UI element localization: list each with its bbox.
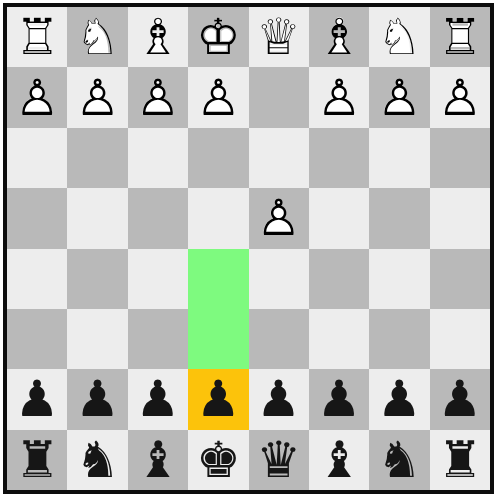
black-rook-piece[interactable]: ♜ <box>15 435 60 485</box>
square-d7[interactable]: ♟ <box>249 369 309 429</box>
square-c7[interactable]: ♟ <box>309 369 369 429</box>
page-background: ♜♖♞♘♝♗♚♔♛♕♝♗♞♘♜♖♟♙♟♙♟♙♟♙♟♙♟♙♟♙♟♙♟♟♟♟♟♟♟♟… <box>0 0 497 497</box>
piece-glyph-outline: ♖ <box>437 12 482 62</box>
white-rook-piece[interactable]: ♜♖ <box>437 12 482 62</box>
square-d3[interactable] <box>249 128 309 188</box>
square-h1[interactable]: ♜♖ <box>7 7 67 67</box>
white-pawn-piece[interactable]: ♟♙ <box>317 73 362 123</box>
piece-glyph-outline: ♙ <box>317 73 362 123</box>
square-g6[interactable] <box>67 309 127 369</box>
white-pawn-piece[interactable]: ♟♙ <box>196 73 241 123</box>
black-pawn-piece[interactable]: ♟ <box>15 374 60 424</box>
black-pawn-piece[interactable]: ♟ <box>437 374 482 424</box>
square-g3[interactable] <box>67 128 127 188</box>
square-e7[interactable]: ♟ <box>188 369 248 429</box>
square-c6[interactable] <box>309 309 369 369</box>
piece-glyph-outline: ♙ <box>15 73 60 123</box>
square-e6[interactable] <box>188 309 248 369</box>
black-pawn-piece[interactable]: ♟ <box>136 374 181 424</box>
square-e1[interactable]: ♚♔ <box>188 7 248 67</box>
white-king-piece[interactable]: ♚♔ <box>196 12 241 62</box>
square-e5[interactable] <box>188 249 248 309</box>
square-c8[interactable]: ♝ <box>309 430 369 490</box>
white-bishop-piece[interactable]: ♝♗ <box>317 12 362 62</box>
white-pawn-piece[interactable]: ♟♙ <box>256 193 301 243</box>
piece-glyph-outline: ♙ <box>136 73 181 123</box>
piece-glyph-outline: ♙ <box>437 73 482 123</box>
square-d5[interactable] <box>249 249 309 309</box>
square-g8[interactable]: ♞ <box>67 430 127 490</box>
square-b2[interactable]: ♟♙ <box>369 67 429 127</box>
square-e3[interactable] <box>188 128 248 188</box>
square-d8[interactable]: ♛ <box>249 430 309 490</box>
square-a7[interactable]: ♟ <box>430 369 490 429</box>
square-d2[interactable] <box>249 67 309 127</box>
square-h6[interactable] <box>7 309 67 369</box>
square-g7[interactable]: ♟ <box>67 369 127 429</box>
white-bishop-piece[interactable]: ♝♗ <box>136 12 181 62</box>
black-bishop-piece[interactable]: ♝ <box>136 435 181 485</box>
piece-glyph-outline: ♙ <box>256 193 301 243</box>
square-a1[interactable]: ♜♖ <box>430 7 490 67</box>
black-knight-piece[interactable]: ♞ <box>75 435 120 485</box>
square-c1[interactable]: ♝♗ <box>309 7 369 67</box>
square-b6[interactable] <box>369 309 429 369</box>
square-g4[interactable] <box>67 188 127 248</box>
square-b1[interactable]: ♞♘ <box>369 7 429 67</box>
black-queen-piece[interactable]: ♛ <box>256 435 301 485</box>
square-a8[interactable]: ♜ <box>430 430 490 490</box>
square-a2[interactable]: ♟♙ <box>430 67 490 127</box>
black-pawn-piece[interactable]: ♟ <box>196 374 241 424</box>
square-c5[interactable] <box>309 249 369 309</box>
square-f8[interactable]: ♝ <box>128 430 188 490</box>
chess-board[interactable]: ♜♖♞♘♝♗♚♔♛♕♝♗♞♘♜♖♟♙♟♙♟♙♟♙♟♙♟♙♟♙♟♙♟♟♟♟♟♟♟♟… <box>7 7 490 490</box>
black-king-piece[interactable]: ♚ <box>196 435 241 485</box>
square-b8[interactable]: ♞ <box>369 430 429 490</box>
square-g1[interactable]: ♞♘ <box>67 7 127 67</box>
square-e2[interactable]: ♟♙ <box>188 67 248 127</box>
piece-glyph-outline: ♘ <box>377 12 422 62</box>
square-a4[interactable] <box>430 188 490 248</box>
square-f4[interactable] <box>128 188 188 248</box>
square-g2[interactable]: ♟♙ <box>67 67 127 127</box>
white-knight-piece[interactable]: ♞♘ <box>377 12 422 62</box>
white-knight-piece[interactable]: ♞♘ <box>75 12 120 62</box>
square-h2[interactable]: ♟♙ <box>7 67 67 127</box>
piece-glyph-outline: ♘ <box>75 12 120 62</box>
piece-glyph-outline: ♗ <box>136 12 181 62</box>
black-pawn-piece[interactable]: ♟ <box>256 374 301 424</box>
square-h5[interactable] <box>7 249 67 309</box>
black-rook-piece[interactable]: ♜ <box>437 435 482 485</box>
square-f5[interactable] <box>128 249 188 309</box>
white-pawn-piece[interactable]: ♟♙ <box>15 73 60 123</box>
piece-glyph-outline: ♗ <box>317 12 362 62</box>
white-pawn-piece[interactable]: ♟♙ <box>437 73 482 123</box>
white-rook-piece[interactable]: ♜♖ <box>15 12 60 62</box>
square-h3[interactable] <box>7 128 67 188</box>
square-h4[interactable] <box>7 188 67 248</box>
square-b4[interactable] <box>369 188 429 248</box>
square-c2[interactable]: ♟♙ <box>309 67 369 127</box>
square-a3[interactable] <box>430 128 490 188</box>
square-d4[interactable]: ♟♙ <box>249 188 309 248</box>
square-f2[interactable]: ♟♙ <box>128 67 188 127</box>
square-f1[interactable]: ♝♗ <box>128 7 188 67</box>
square-b3[interactable] <box>369 128 429 188</box>
piece-glyph-outline: ♔ <box>196 12 241 62</box>
square-f3[interactable] <box>128 128 188 188</box>
black-knight-piece[interactable]: ♞ <box>377 435 422 485</box>
square-b7[interactable]: ♟ <box>369 369 429 429</box>
square-c3[interactable] <box>309 128 369 188</box>
square-f7[interactable]: ♟ <box>128 369 188 429</box>
square-e8[interactable]: ♚ <box>188 430 248 490</box>
white-pawn-piece[interactable]: ♟♙ <box>75 73 120 123</box>
square-e4[interactable] <box>188 188 248 248</box>
piece-glyph-outline: ♙ <box>75 73 120 123</box>
chess-board-frame: ♜♖♞♘♝♗♚♔♛♕♝♗♞♘♜♖♟♙♟♙♟♙♟♙♟♙♟♙♟♙♟♙♟♟♟♟♟♟♟♟… <box>3 3 494 494</box>
piece-glyph-outline: ♕ <box>256 12 301 62</box>
piece-glyph-outline: ♖ <box>15 12 60 62</box>
square-f6[interactable] <box>128 309 188 369</box>
square-a6[interactable] <box>430 309 490 369</box>
piece-glyph-outline: ♙ <box>377 73 422 123</box>
white-queen-piece[interactable]: ♛♕ <box>256 12 301 62</box>
square-a5[interactable] <box>430 249 490 309</box>
square-g5[interactable] <box>67 249 127 309</box>
square-h7[interactable]: ♟ <box>7 369 67 429</box>
black-pawn-piece[interactable]: ♟ <box>317 374 362 424</box>
square-d1[interactable]: ♛♕ <box>249 7 309 67</box>
piece-glyph-outline: ♙ <box>196 73 241 123</box>
black-bishop-piece[interactable]: ♝ <box>317 435 362 485</box>
black-pawn-piece[interactable]: ♟ <box>377 374 422 424</box>
square-h8[interactable]: ♜ <box>7 430 67 490</box>
square-d6[interactable] <box>249 309 309 369</box>
white-pawn-piece[interactable]: ♟♙ <box>136 73 181 123</box>
square-c4[interactable] <box>309 188 369 248</box>
white-pawn-piece[interactable]: ♟♙ <box>377 73 422 123</box>
black-pawn-piece[interactable]: ♟ <box>75 374 120 424</box>
square-b5[interactable] <box>369 249 429 309</box>
